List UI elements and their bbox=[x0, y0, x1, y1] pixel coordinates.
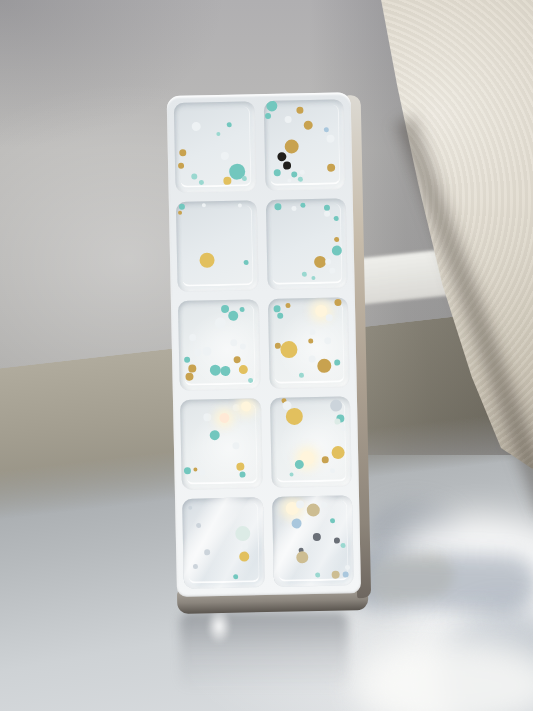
glitter-dot bbox=[307, 503, 320, 516]
glitter-dot bbox=[299, 170, 304, 175]
glitter-dot bbox=[285, 303, 290, 308]
glitter-dot bbox=[215, 318, 226, 329]
glitter-dot bbox=[329, 399, 341, 411]
glitter-dot bbox=[228, 311, 238, 321]
glitter-dot bbox=[335, 419, 341, 425]
glitter-dot bbox=[204, 549, 210, 555]
glitter-dot bbox=[324, 205, 330, 211]
glitter-dot bbox=[321, 502, 327, 508]
glitter-dot bbox=[285, 116, 292, 123]
sparkle-glint bbox=[241, 401, 251, 411]
glitter-dot bbox=[309, 356, 316, 363]
wax-segment-r2c1 bbox=[176, 200, 258, 292]
glitter-dot bbox=[296, 107, 303, 114]
glitter-dot bbox=[189, 334, 196, 341]
glitter-dot bbox=[326, 259, 332, 265]
glitter-dot bbox=[324, 127, 329, 132]
glitter-dot bbox=[278, 313, 284, 319]
glitter-dot bbox=[235, 526, 250, 541]
glitter-dot bbox=[184, 467, 191, 474]
glitter-dot bbox=[236, 463, 244, 471]
glitter-dot bbox=[289, 473, 293, 477]
glitter-dot bbox=[248, 378, 253, 383]
glitter-dot bbox=[334, 359, 340, 365]
glitter-dot bbox=[220, 366, 230, 376]
glitter-dot bbox=[221, 152, 229, 160]
glitter-dot bbox=[239, 551, 249, 561]
glitter-dot bbox=[240, 307, 245, 312]
glitter-dot bbox=[325, 314, 332, 321]
glitter-dot bbox=[209, 430, 219, 440]
glitter-dot bbox=[191, 122, 200, 131]
glitter-dot bbox=[301, 271, 306, 276]
glitter-dot bbox=[242, 543, 248, 549]
glitter-dot bbox=[285, 408, 302, 425]
glitter-dot bbox=[332, 446, 345, 459]
glitter-dot bbox=[202, 203, 206, 207]
glitter-dot bbox=[334, 237, 339, 242]
light-streak bbox=[200, 610, 238, 684]
glitter-dot bbox=[178, 211, 182, 215]
wax-segment-r5c1 bbox=[182, 497, 264, 589]
glitter-dot bbox=[294, 459, 303, 468]
glitter-dot bbox=[327, 164, 335, 172]
wax-segment-r4c2 bbox=[269, 396, 351, 488]
glitter-dot bbox=[326, 134, 334, 142]
glitter-dot bbox=[309, 329, 315, 335]
glitter-dot bbox=[192, 173, 198, 179]
wax-segment-r1c1 bbox=[174, 101, 256, 193]
glitter-dot bbox=[274, 305, 281, 312]
wax-segment-r1c2 bbox=[263, 99, 345, 191]
glitter-dot bbox=[266, 100, 277, 111]
glitter-dot bbox=[193, 564, 198, 569]
photo-scene bbox=[0, 0, 533, 711]
segment-grid bbox=[174, 99, 354, 588]
glitter-dot bbox=[178, 163, 184, 169]
glitter-dot bbox=[303, 121, 312, 130]
wax-segment-r5c2 bbox=[272, 495, 354, 587]
glitter-dot bbox=[296, 551, 308, 563]
wax-segment-r3c1 bbox=[178, 299, 260, 391]
wax-segment-r2c2 bbox=[265, 198, 347, 290]
glitter-dot bbox=[277, 152, 286, 161]
glitter-dot bbox=[186, 372, 194, 380]
glitter-dot bbox=[332, 571, 340, 579]
glitter-dot bbox=[238, 365, 247, 374]
glitter-dot bbox=[223, 177, 231, 185]
glitter-dot bbox=[199, 253, 214, 268]
glitter-dot bbox=[312, 276, 316, 280]
wax-segment-r3c2 bbox=[267, 297, 349, 389]
glitter-dot bbox=[184, 356, 190, 362]
glitter-dot bbox=[297, 500, 305, 508]
glitter-dot bbox=[217, 132, 221, 136]
glitter-dot bbox=[274, 169, 281, 176]
glitter-dot bbox=[324, 337, 331, 344]
glitter-dot bbox=[233, 404, 240, 411]
glitter-dot bbox=[330, 518, 335, 523]
glitter-dot bbox=[188, 506, 192, 510]
glitter-dot bbox=[322, 456, 329, 463]
glitter-dot bbox=[331, 246, 341, 256]
glitter-dot bbox=[291, 518, 301, 528]
glitter-dot bbox=[194, 468, 198, 472]
glitter-dot bbox=[341, 542, 346, 547]
glitter-dot bbox=[179, 203, 185, 209]
glitter-dot bbox=[345, 565, 350, 570]
glitter-dot bbox=[291, 206, 296, 211]
cast-shadow-band bbox=[347, 550, 533, 615]
glitter-dot bbox=[199, 469, 205, 475]
glitter-dot bbox=[274, 203, 281, 210]
glitter-dot bbox=[334, 538, 340, 544]
glitter-dot bbox=[179, 149, 186, 156]
glitter-dot bbox=[242, 176, 247, 181]
glitter-dot bbox=[313, 532, 321, 540]
glitter-dot bbox=[315, 573, 320, 578]
glitter-dot bbox=[195, 349, 202, 356]
glitter-dot bbox=[240, 343, 246, 349]
glitter-dot bbox=[238, 203, 242, 207]
glitter-dot bbox=[196, 523, 201, 528]
wax-segment-r4c1 bbox=[180, 398, 262, 490]
glitter-dot bbox=[203, 347, 212, 356]
glitter-dot bbox=[244, 260, 249, 265]
glitter-dot bbox=[203, 413, 211, 421]
glitter-dot bbox=[283, 161, 291, 169]
glitter-dot bbox=[298, 177, 303, 182]
glitter-dot bbox=[343, 572, 349, 578]
glitter-dot bbox=[264, 113, 270, 119]
glitter-dot bbox=[308, 339, 313, 344]
sparkle-glint bbox=[220, 413, 230, 423]
glitter-dot bbox=[226, 122, 231, 127]
glitter-dot bbox=[334, 216, 339, 221]
glitter-dot bbox=[230, 339, 237, 346]
glitter-dot bbox=[234, 356, 241, 363]
glitter-dot bbox=[284, 139, 298, 153]
glitter-dot bbox=[301, 203, 306, 208]
wax-melt-snap-bar bbox=[167, 92, 372, 614]
glitter-dot bbox=[287, 179, 291, 183]
glitter-dot bbox=[299, 373, 304, 378]
glitter-dot bbox=[341, 425, 346, 430]
glitter-dot bbox=[334, 298, 341, 305]
glitter-dot bbox=[221, 305, 229, 313]
glitter-dot bbox=[325, 549, 330, 554]
glitter-dot bbox=[317, 359, 331, 373]
glitter-dot bbox=[240, 471, 246, 477]
glitter-dot bbox=[281, 341, 298, 358]
glitter-dot bbox=[199, 180, 204, 185]
glitter-dot bbox=[232, 442, 239, 449]
glitter-dot bbox=[329, 268, 335, 274]
glitter-dot bbox=[325, 211, 331, 217]
glitter-dot bbox=[291, 171, 297, 177]
glitter-dot bbox=[330, 468, 335, 473]
glitter-dot bbox=[233, 574, 238, 579]
